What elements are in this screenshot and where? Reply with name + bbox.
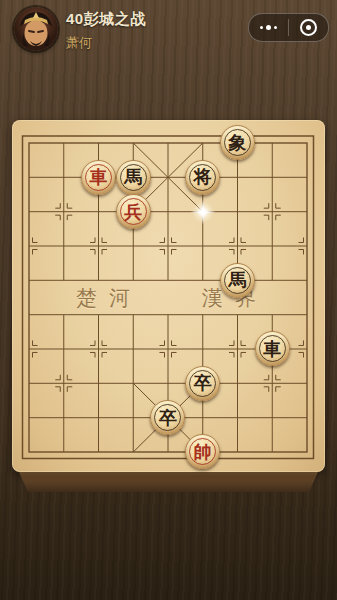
close-icon — [300, 19, 317, 36]
close-button[interactable] — [289, 14, 328, 41]
more-button[interactable] — [249, 14, 288, 41]
miniprogram-capsule — [248, 13, 329, 42]
level-avatar — [14, 7, 58, 51]
piece-black-卒[interactable]: 卒 — [185, 366, 220, 401]
page-subtitle: 萧何 — [66, 34, 146, 52]
piece-red-兵[interactable]: 兵 — [116, 194, 151, 229]
piece-black-象[interactable]: 象 — [220, 125, 255, 160]
app-window: 40彭城之战 萧何 — [0, 0, 337, 600]
piece-black-卒[interactable]: 卒 — [150, 400, 185, 435]
xiangqi-board: 楚河 漢界 象車馬将兵馬車卒卒帥 — [12, 120, 325, 472]
piece-black-車[interactable]: 車 — [255, 331, 290, 366]
piece-black-馬[interactable]: 馬 — [116, 160, 151, 195]
page-title: 40彭城之战 — [66, 10, 146, 29]
piece-black-馬[interactable]: 馬 — [220, 263, 255, 298]
piece-black-将[interactable]: 将 — [185, 160, 220, 195]
more-icon — [260, 25, 277, 30]
pieces-layer: 象車馬将兵馬車卒卒帥 — [12, 126, 325, 469]
sparkle-effect — [192, 201, 214, 223]
board-3d-edge — [14, 471, 323, 492]
header: 40彭城之战 萧何 — [0, 0, 337, 58]
piece-red-帥[interactable]: 帥 — [185, 434, 220, 469]
piece-red-車[interactable]: 車 — [81, 160, 116, 195]
title-block: 40彭城之战 萧何 — [66, 10, 146, 52]
warrior-portrait — [14, 7, 58, 51]
bottom-toolbar: 锦 15 求助 2步 — [0, 540, 337, 600]
